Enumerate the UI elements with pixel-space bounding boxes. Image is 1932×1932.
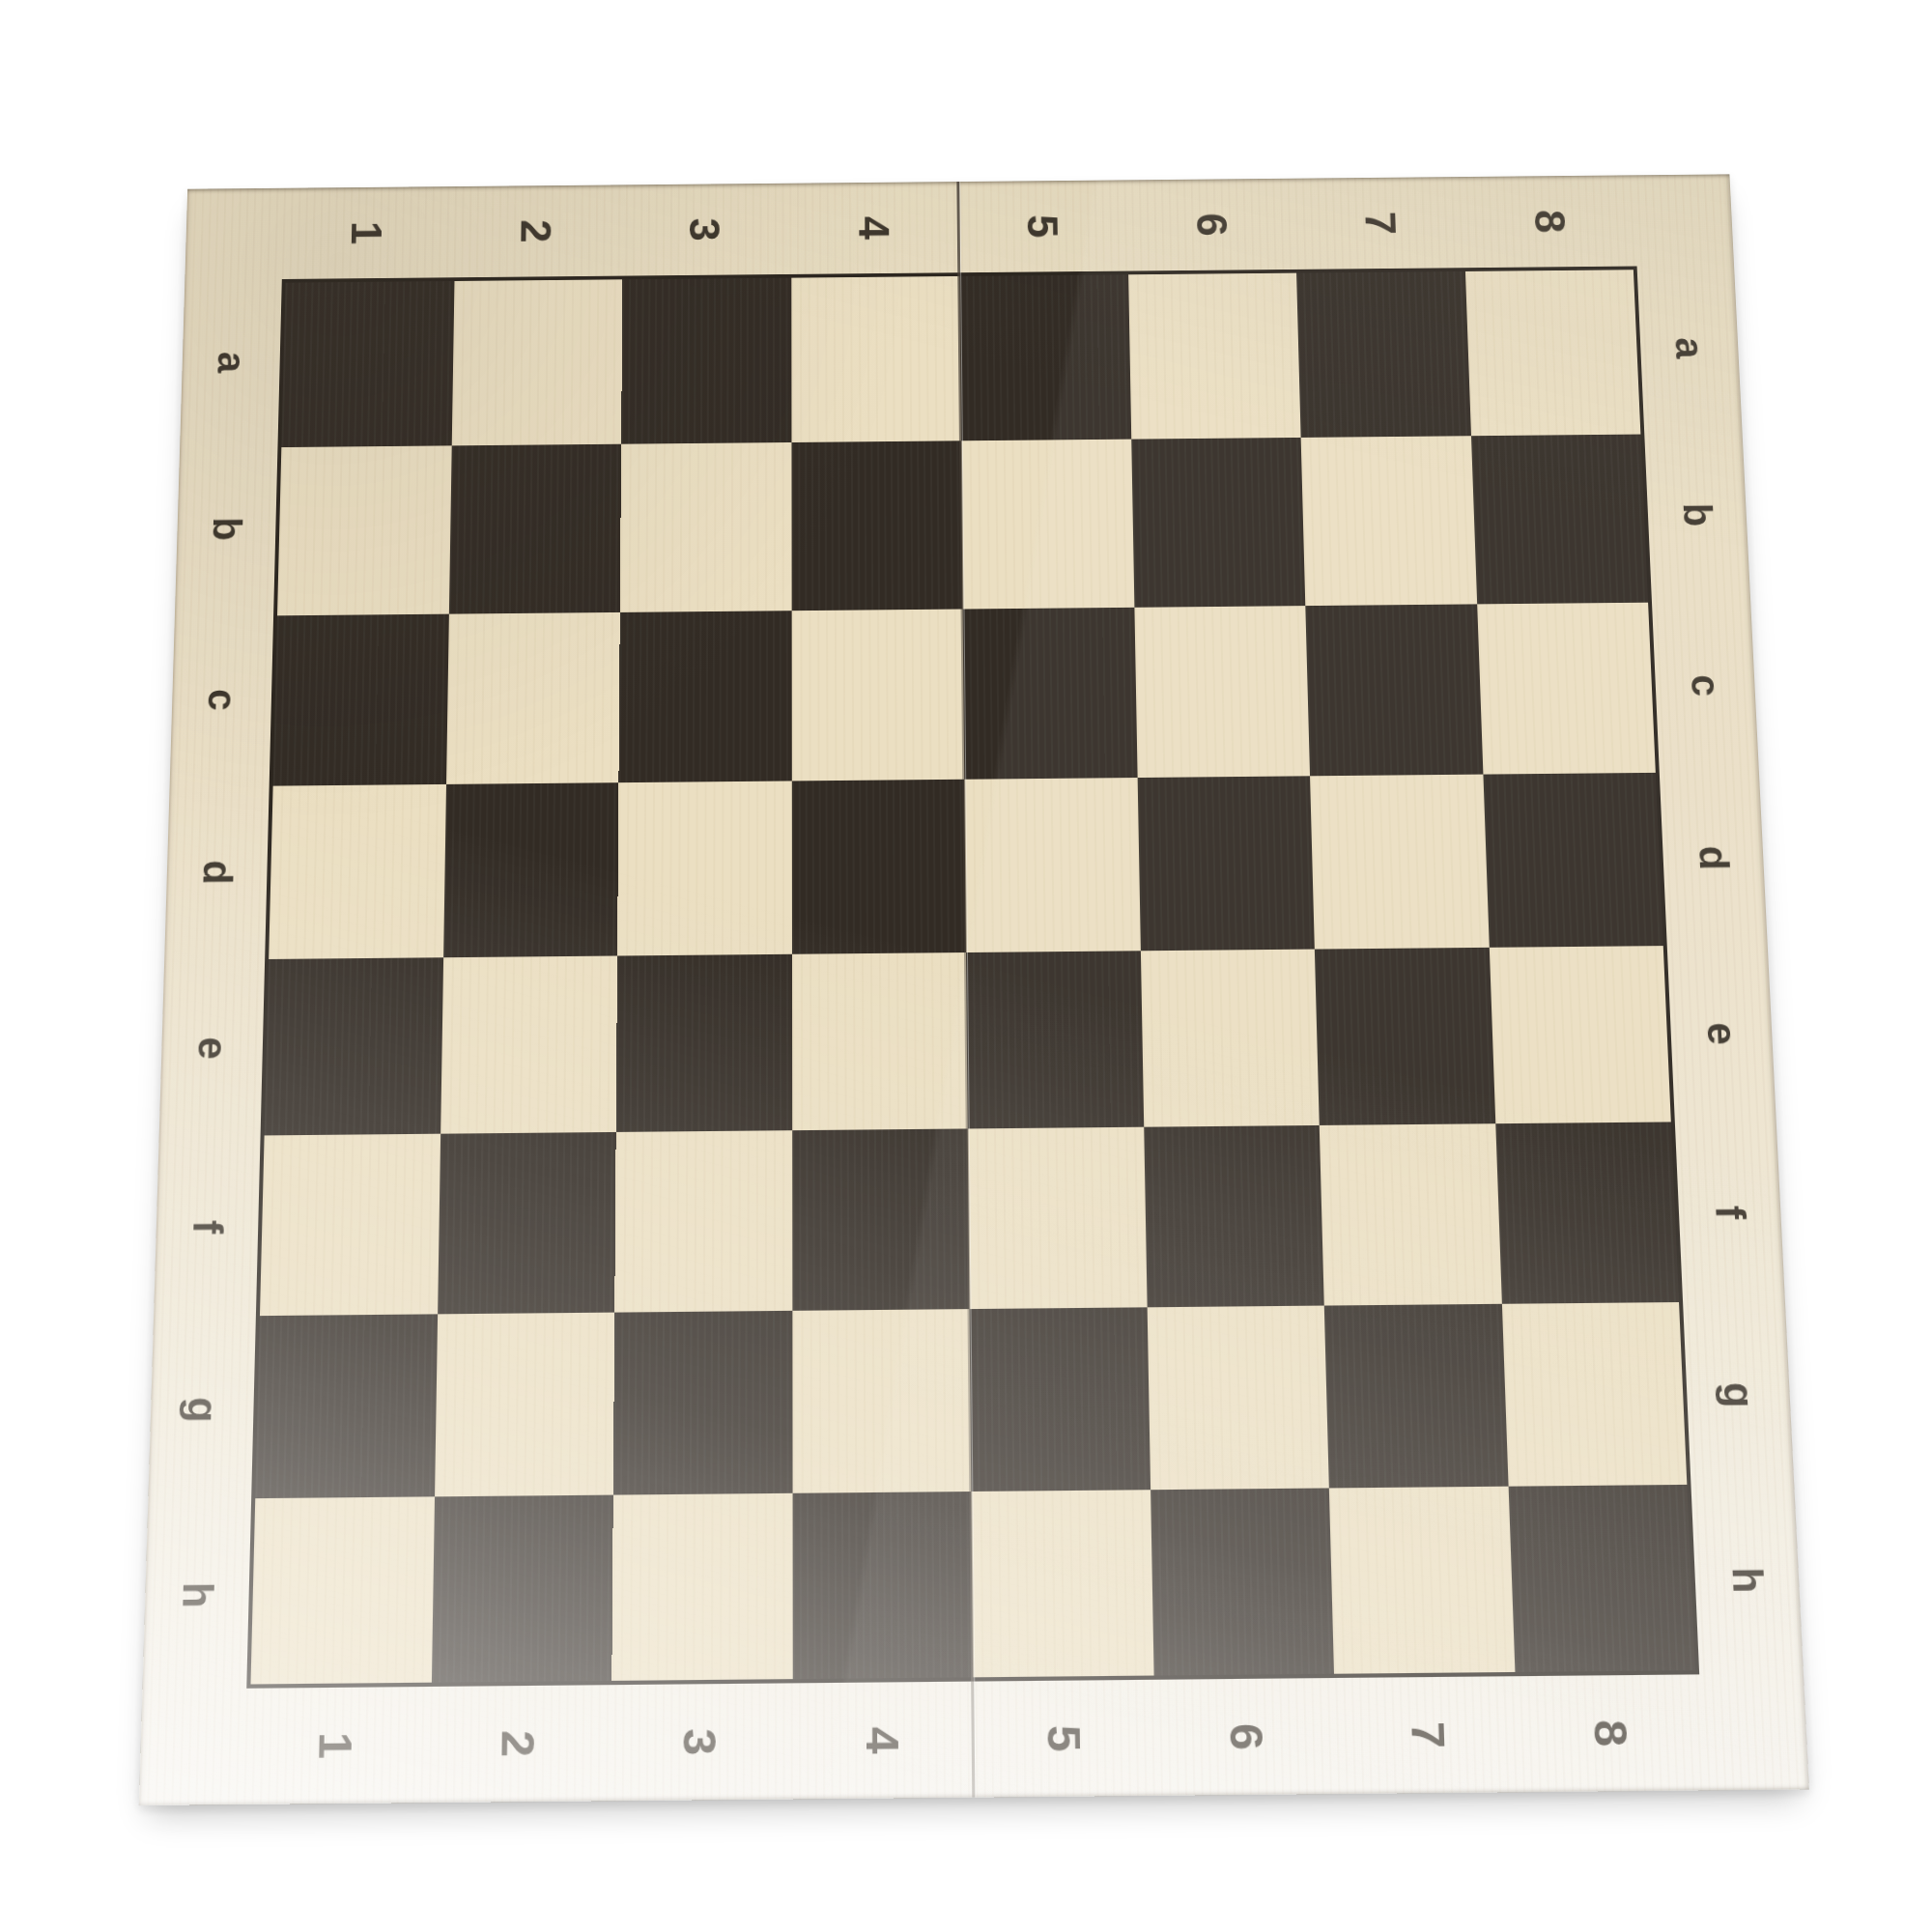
coord-label-right-f: f (1638, 1160, 1823, 1264)
coord-label-left-c: c (133, 650, 311, 749)
square-f5[interactable] (968, 1127, 1147, 1309)
coord-label-right-a: a (1602, 300, 1777, 396)
photo-backdrop: 12345678 12345678 abcdefgh abcdefgh (0, 0, 1932, 1932)
playing-area (246, 267, 1699, 1689)
coord-label-left-a: a (144, 314, 318, 410)
square-f3[interactable] (614, 1130, 792, 1312)
coord-label-left-f: f (116, 1176, 298, 1280)
coord-label-left-e: e (122, 997, 302, 1099)
coord-label-bottom-1: 1 (278, 1651, 394, 1840)
coord-label-top-5: 5 (995, 145, 1093, 308)
coord-label-right-e: e (1631, 982, 1813, 1085)
square-f7[interactable] (1320, 1123, 1502, 1305)
square-g5[interactable] (969, 1307, 1150, 1492)
coord-label-right-c: c (1616, 636, 1796, 734)
coord-label-bottom-2: 2 (461, 1650, 576, 1839)
coord-label-right-d: d (1623, 808, 1804, 908)
square-d5[interactable] (964, 778, 1140, 952)
coord-label-bottom-3: 3 (643, 1648, 756, 1837)
square-d4[interactable] (791, 780, 966, 954)
coord-label-top-7: 7 (1332, 142, 1433, 305)
coord-label-left-d: d (128, 822, 306, 923)
square-d6[interactable] (1137, 776, 1315, 951)
square-e2[interactable] (440, 955, 617, 1133)
square-b7[interactable] (1301, 436, 1477, 605)
square-d2[interactable] (443, 782, 619, 957)
square-c4[interactable] (791, 609, 964, 781)
coord-label-right-h: h (1654, 1526, 1841, 1634)
coord-label-top-3: 3 (658, 149, 753, 312)
square-b6[interactable] (1131, 438, 1306, 607)
coord-label-bottom-6: 6 (1188, 1642, 1305, 1832)
coord-label-top-8: 8 (1500, 140, 1602, 303)
coord-label-top-4: 4 (827, 147, 923, 310)
square-g2[interactable] (435, 1312, 615, 1496)
coord-label-left-b: b (138, 481, 314, 579)
square-c7[interactable] (1305, 604, 1483, 776)
coord-label-bottom-4: 4 (826, 1646, 939, 1835)
square-c3[interactable] (618, 611, 791, 782)
square-b5[interactable] (961, 440, 1134, 609)
square-g3[interactable] (613, 1310, 792, 1494)
coord-label-right-b: b (1608, 467, 1786, 564)
square-g6[interactable] (1147, 1305, 1329, 1490)
coord-label-bottom-8: 8 (1551, 1639, 1671, 1829)
square-b3[interactable] (620, 442, 791, 611)
square-b4[interactable] (791, 441, 963, 611)
square-d7[interactable] (1310, 774, 1489, 949)
coord-label-top-6: 6 (1163, 144, 1262, 307)
square-e3[interactable] (616, 954, 792, 1132)
square-d3[interactable] (617, 781, 791, 955)
square-e7[interactable] (1315, 948, 1495, 1125)
square-e5[interactable] (966, 951, 1144, 1128)
square-c6[interactable] (1134, 606, 1310, 778)
coord-label-bottom-7: 7 (1370, 1641, 1488, 1831)
square-c5[interactable] (963, 607, 1138, 779)
square-f6[interactable] (1144, 1125, 1324, 1307)
square-g4[interactable] (792, 1309, 971, 1493)
coord-label-left-h: h (104, 1541, 290, 1649)
coord-label-top-1: 1 (318, 152, 416, 315)
square-g7[interactable] (1324, 1303, 1508, 1488)
coord-label-bottom-5: 5 (1008, 1644, 1122, 1833)
coord-label-left-g: g (110, 1356, 294, 1463)
coord-label-top-2: 2 (488, 150, 584, 313)
square-c2[interactable] (446, 611, 620, 783)
square-b2[interactable] (448, 444, 621, 613)
square-f4[interactable] (792, 1129, 970, 1311)
square-e4[interactable] (792, 952, 968, 1130)
square-f2[interactable] (438, 1132, 616, 1314)
coord-label-right-g: g (1646, 1342, 1832, 1448)
square-e6[interactable] (1140, 950, 1319, 1127)
chess-board: 12345678 12345678 abcdefgh abcdefgh (139, 174, 1809, 1805)
